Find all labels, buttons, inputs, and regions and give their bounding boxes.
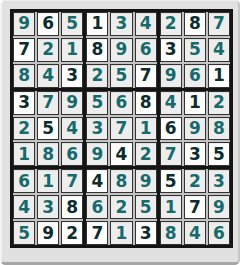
sudoku-box-2: 134896257 — [86, 12, 156, 88]
cell-r2c2-solved[interactable]: 2 — [37, 38, 59, 62]
cell-r4c5-solved[interactable]: 6 — [110, 91, 132, 115]
cell-r9c3-given[interactable]: 2 — [61, 221, 83, 245]
cell-r5c7-given[interactable]: 6 — [160, 117, 182, 141]
cell-r1c3-solved[interactable]: 5 — [61, 12, 83, 36]
cell-r8c9-solved[interactable]: 9 — [208, 195, 230, 219]
sudoku-box-1: 965721843 — [13, 12, 83, 88]
cell-r8c8-given[interactable]: 7 — [184, 195, 206, 219]
cell-r5c5-solved[interactable]: 7 — [110, 117, 132, 141]
cell-r8c2-solved[interactable]: 3 — [37, 195, 59, 219]
cell-r6c1-solved[interactable]: 1 — [13, 142, 35, 166]
cell-r4c7-solved[interactable]: 4 — [160, 91, 182, 115]
cell-r6c3-solved[interactable]: 6 — [61, 142, 83, 166]
cell-r9c4-given[interactable]: 7 — [86, 221, 108, 245]
cell-r6c7-solved[interactable]: 7 — [160, 142, 182, 166]
cell-r7c1-solved[interactable]: 6 — [13, 169, 35, 193]
cell-r3c3-given[interactable]: 3 — [61, 64, 83, 88]
cell-r4c6-given[interactable]: 8 — [135, 91, 157, 115]
cell-r4c8-given[interactable]: 1 — [184, 91, 206, 115]
cell-r1c6-solved[interactable]: 4 — [135, 12, 157, 36]
cell-r6c6-solved[interactable]: 2 — [135, 142, 157, 166]
cell-r3c6-given[interactable]: 7 — [135, 64, 157, 88]
cell-r9c6-given[interactable]: 3 — [135, 221, 157, 245]
sudoku-box-5: 568371942 — [86, 91, 156, 167]
cell-r8c7-solved[interactable]: 1 — [160, 195, 182, 219]
cell-r4c4-solved[interactable]: 5 — [86, 91, 108, 115]
cell-r3c8-solved[interactable]: 6 — [184, 64, 206, 88]
cell-r6c8-given[interactable]: 3 — [184, 142, 206, 166]
cell-r8c5-solved[interactable]: 2 — [110, 195, 132, 219]
cell-r2c8-solved[interactable]: 5 — [184, 38, 206, 62]
cell-r8c4-solved[interactable]: 6 — [86, 195, 108, 219]
sudoku-box-8: 489625713 — [86, 169, 156, 245]
cell-r3c1-solved[interactable]: 8 — [13, 64, 35, 88]
cell-r8c3-given[interactable]: 8 — [61, 195, 83, 219]
cell-r3c5-solved[interactable]: 5 — [110, 64, 132, 88]
cell-r5c3-solved[interactable]: 4 — [61, 117, 83, 141]
cell-r9c9-solved[interactable]: 6 — [208, 221, 230, 245]
cell-r3c4-solved[interactable]: 2 — [86, 64, 108, 88]
cell-r9c2-given[interactable]: 9 — [37, 221, 59, 245]
cell-r2c4-given[interactable]: 8 — [86, 38, 108, 62]
sudoku-widget-frame: 9657218431348962572873549613792541865683… — [0, 0, 240, 265]
cell-r3c9-given[interactable]: 1 — [208, 64, 230, 88]
cell-r8c1-solved[interactable]: 4 — [13, 195, 35, 219]
sudoku-box-3: 287354961 — [160, 12, 230, 88]
cell-r7c8-solved[interactable]: 2 — [184, 169, 206, 193]
cell-r2c5-solved[interactable]: 9 — [110, 38, 132, 62]
cell-r5c8-solved[interactable]: 9 — [184, 117, 206, 141]
cell-r4c3-solved[interactable]: 9 — [61, 91, 83, 115]
sudoku-box-9: 523179846 — [160, 169, 230, 245]
cell-r3c2-solved[interactable]: 4 — [37, 64, 59, 88]
cell-r6c9-given[interactable]: 5 — [208, 142, 230, 166]
cell-r2c6-solved[interactable]: 6 — [135, 38, 157, 62]
cell-r4c1-given[interactable]: 3 — [13, 91, 35, 115]
cell-r1c9-solved[interactable]: 7 — [208, 12, 230, 36]
cell-r7c4-given[interactable]: 4 — [86, 169, 108, 193]
cell-r5c4-solved[interactable]: 3 — [86, 117, 108, 141]
cell-r6c4-solved[interactable]: 9 — [86, 142, 108, 166]
cell-r1c7-solved[interactable]: 2 — [160, 12, 182, 36]
cell-r2c3-solved[interactable]: 1 — [61, 38, 83, 62]
cell-r5c6-solved[interactable]: 1 — [135, 117, 157, 141]
cell-r5c1-solved[interactable]: 2 — [13, 117, 35, 141]
cell-r2c9-solved[interactable]: 4 — [208, 38, 230, 62]
cell-r5c2-given[interactable]: 5 — [37, 117, 59, 141]
cell-r2c1-given[interactable]: 7 — [13, 38, 35, 62]
cell-r8c6-solved[interactable]: 5 — [135, 195, 157, 219]
cell-r7c3-solved[interactable]: 7 — [61, 169, 83, 193]
cell-r7c9-solved[interactable]: 3 — [208, 169, 230, 193]
cell-r1c8-given[interactable]: 8 — [184, 12, 206, 36]
cell-r1c5-solved[interactable]: 3 — [110, 12, 132, 36]
cell-r1c1-solved[interactable]: 9 — [13, 12, 35, 36]
sudoku-board: 9657218431348962572873549613792541865683… — [10, 9, 233, 248]
cell-r7c2-solved[interactable]: 1 — [37, 169, 59, 193]
cell-r1c2-given[interactable]: 6 — [37, 12, 59, 36]
cell-r9c5-solved[interactable]: 1 — [110, 221, 132, 245]
cell-r9c1-solved[interactable]: 5 — [13, 221, 35, 245]
cell-r7c7-given[interactable]: 5 — [160, 169, 182, 193]
cell-r2c7-given[interactable]: 3 — [160, 38, 182, 62]
cell-r9c7-solved[interactable]: 8 — [160, 221, 182, 245]
cell-r3c7-solved[interactable]: 9 — [160, 64, 182, 88]
cell-r7c5-solved[interactable]: 8 — [110, 169, 132, 193]
sudoku-box-6: 412698735 — [160, 91, 230, 167]
cell-r4c2-solved[interactable]: 7 — [37, 91, 59, 115]
cell-r4c9-solved[interactable]: 2 — [208, 91, 230, 115]
cell-r1c4-given[interactable]: 1 — [86, 12, 108, 36]
cell-r5c9-solved[interactable]: 8 — [208, 117, 230, 141]
cell-r7c6-solved[interactable]: 9 — [135, 169, 157, 193]
cell-r6c5-given[interactable]: 4 — [110, 142, 132, 166]
sudoku-box-4: 379254186 — [13, 91, 83, 167]
cell-r9c8-solved[interactable]: 4 — [184, 221, 206, 245]
sudoku-box-7: 617438592 — [13, 169, 83, 245]
cell-r6c2-solved[interactable]: 8 — [37, 142, 59, 166]
